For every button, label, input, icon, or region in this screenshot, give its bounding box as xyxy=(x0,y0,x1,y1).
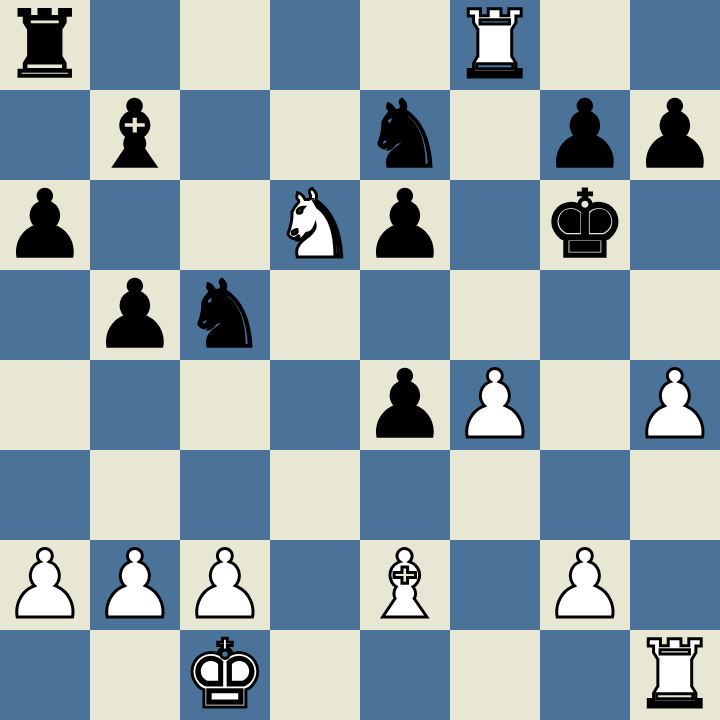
black-rook[interactable]: ♜ xyxy=(3,0,87,90)
square-h4[interactable]: ♟︎ xyxy=(630,360,720,450)
square-f5[interactable] xyxy=(450,270,540,360)
square-h8[interactable] xyxy=(630,0,720,90)
square-g3[interactable] xyxy=(540,450,630,540)
square-b8[interactable] xyxy=(90,0,180,90)
square-e1[interactable] xyxy=(360,630,450,720)
square-d6[interactable]: ♞ xyxy=(270,180,360,270)
square-f4[interactable]: ♟︎ xyxy=(450,360,540,450)
square-e5[interactable] xyxy=(360,270,450,360)
square-d7[interactable] xyxy=(270,90,360,180)
black-pawn[interactable]: ♟︎ xyxy=(363,360,447,450)
square-f7[interactable] xyxy=(450,90,540,180)
square-d8[interactable] xyxy=(270,0,360,90)
square-a5[interactable] xyxy=(0,270,90,360)
square-f8[interactable]: ♜ xyxy=(450,0,540,90)
square-h5[interactable] xyxy=(630,270,720,360)
square-e6[interactable]: ♟︎ xyxy=(360,180,450,270)
square-b1[interactable] xyxy=(90,630,180,720)
square-g5[interactable] xyxy=(540,270,630,360)
white-pawn[interactable]: ♟︎ xyxy=(543,540,627,630)
square-h3[interactable] xyxy=(630,450,720,540)
square-e3[interactable] xyxy=(360,450,450,540)
square-c6[interactable] xyxy=(180,180,270,270)
white-bishop[interactable]: ♝ xyxy=(363,540,447,630)
white-knight[interactable]: ♞ xyxy=(273,180,357,270)
square-d2[interactable] xyxy=(270,540,360,630)
square-e4[interactable]: ♟︎ xyxy=(360,360,450,450)
black-pawn[interactable]: ♟︎ xyxy=(543,90,627,180)
chess-board: ♜♜♝♞♟︎♟︎♟︎♞♟︎♚♟︎♞♟︎♟︎♟︎♟︎♟︎♟︎♝♟︎♚♜ xyxy=(0,0,720,720)
square-a6[interactable]: ♟︎ xyxy=(0,180,90,270)
white-pawn[interactable]: ♟︎ xyxy=(183,540,267,630)
square-g1[interactable] xyxy=(540,630,630,720)
square-c1[interactable]: ♚ xyxy=(180,630,270,720)
square-b5[interactable]: ♟︎ xyxy=(90,270,180,360)
black-knight[interactable]: ♞ xyxy=(363,90,447,180)
black-pawn[interactable]: ♟︎ xyxy=(633,90,717,180)
square-a7[interactable] xyxy=(0,90,90,180)
square-b7[interactable]: ♝ xyxy=(90,90,180,180)
square-c7[interactable] xyxy=(180,90,270,180)
square-e8[interactable] xyxy=(360,0,450,90)
square-d4[interactable] xyxy=(270,360,360,450)
square-d1[interactable] xyxy=(270,630,360,720)
square-c4[interactable] xyxy=(180,360,270,450)
black-pawn[interactable]: ♟︎ xyxy=(363,180,447,270)
square-c3[interactable] xyxy=(180,450,270,540)
black-king[interactable]: ♚ xyxy=(543,180,627,270)
square-d3[interactable] xyxy=(270,450,360,540)
square-h2[interactable] xyxy=(630,540,720,630)
square-a1[interactable] xyxy=(0,630,90,720)
square-b3[interactable] xyxy=(90,450,180,540)
black-pawn[interactable]: ♟︎ xyxy=(93,270,177,360)
square-g7[interactable]: ♟︎ xyxy=(540,90,630,180)
square-h1[interactable]: ♜ xyxy=(630,630,720,720)
square-c2[interactable]: ♟︎ xyxy=(180,540,270,630)
black-bishop[interactable]: ♝ xyxy=(93,90,177,180)
white-pawn[interactable]: ♟︎ xyxy=(633,360,717,450)
square-e7[interactable]: ♞ xyxy=(360,90,450,180)
square-c8[interactable] xyxy=(180,0,270,90)
square-a4[interactable] xyxy=(0,360,90,450)
square-d5[interactable] xyxy=(270,270,360,360)
square-f6[interactable] xyxy=(450,180,540,270)
square-f2[interactable] xyxy=(450,540,540,630)
square-g4[interactable] xyxy=(540,360,630,450)
square-h7[interactable]: ♟︎ xyxy=(630,90,720,180)
white-pawn[interactable]: ♟︎ xyxy=(3,540,87,630)
black-knight[interactable]: ♞ xyxy=(183,270,267,360)
square-g8[interactable] xyxy=(540,0,630,90)
white-rook[interactable]: ♜ xyxy=(453,0,537,90)
square-e2[interactable]: ♝ xyxy=(360,540,450,630)
square-a2[interactable]: ♟︎ xyxy=(0,540,90,630)
square-f1[interactable] xyxy=(450,630,540,720)
square-a8[interactable]: ♜ xyxy=(0,0,90,90)
square-f3[interactable] xyxy=(450,450,540,540)
black-pawn[interactable]: ♟︎ xyxy=(3,180,87,270)
white-king[interactable]: ♚ xyxy=(183,630,267,720)
square-a3[interactable] xyxy=(0,450,90,540)
square-b2[interactable]: ♟︎ xyxy=(90,540,180,630)
square-c5[interactable]: ♞ xyxy=(180,270,270,360)
white-pawn[interactable]: ♟︎ xyxy=(453,360,537,450)
white-pawn[interactable]: ♟︎ xyxy=(93,540,177,630)
white-rook[interactable]: ♜ xyxy=(633,630,717,720)
square-b4[interactable] xyxy=(90,360,180,450)
square-g2[interactable]: ♟︎ xyxy=(540,540,630,630)
square-g6[interactable]: ♚ xyxy=(540,180,630,270)
square-b6[interactable] xyxy=(90,180,180,270)
square-h6[interactable] xyxy=(630,180,720,270)
